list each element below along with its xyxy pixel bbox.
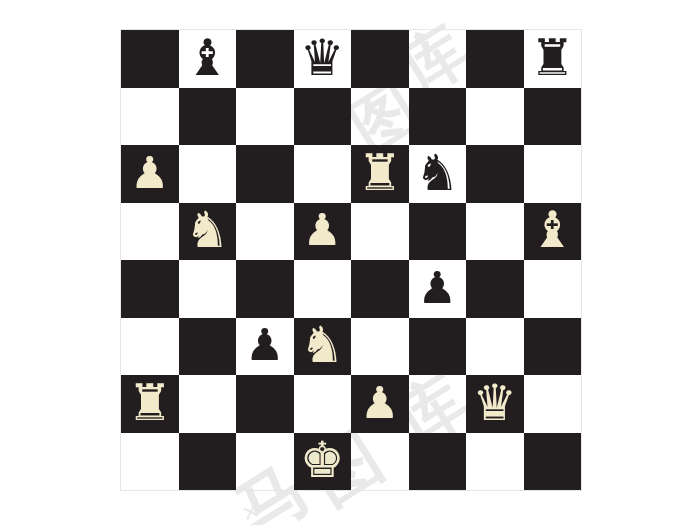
square-d3[interactable]: ♞ <box>294 318 352 376</box>
square-g3[interactable] <box>466 318 524 376</box>
black-pawn: ♟ <box>245 323 284 367</box>
chess-board: ♝♛♜♟♜♞♞♟♝♟♟♞♜♟♛♚ <box>120 29 582 491</box>
square-d2[interactable] <box>294 375 352 433</box>
black-queen: ♛ <box>300 33 345 83</box>
square-a3[interactable] <box>121 318 179 376</box>
square-a6[interactable]: ♟ <box>121 145 179 203</box>
square-h5[interactable]: ♝ <box>524 203 582 261</box>
square-c1[interactable] <box>236 433 294 491</box>
square-e8[interactable] <box>351 30 409 88</box>
square-c3[interactable]: ♟ <box>236 318 294 376</box>
square-a7[interactable] <box>121 88 179 146</box>
square-c4[interactable] <box>236 260 294 318</box>
white-pawn: ♟ <box>303 208 342 252</box>
square-d6[interactable] <box>294 145 352 203</box>
white-rook: ♜ <box>127 378 172 428</box>
square-f7[interactable] <box>409 88 467 146</box>
square-h8[interactable]: ♜ <box>524 30 582 88</box>
square-a8[interactable] <box>121 30 179 88</box>
square-f5[interactable] <box>409 203 467 261</box>
white-knight: ♞ <box>185 205 230 255</box>
square-g5[interactable] <box>466 203 524 261</box>
square-f4[interactable]: ♟ <box>409 260 467 318</box>
square-c5[interactable] <box>236 203 294 261</box>
white-knight: ♞ <box>300 320 345 370</box>
square-b4[interactable] <box>179 260 237 318</box>
square-c7[interactable] <box>236 88 294 146</box>
square-f1[interactable] <box>409 433 467 491</box>
white-bishop: ♝ <box>530 205 575 255</box>
square-g6[interactable] <box>466 145 524 203</box>
square-b2[interactable] <box>179 375 237 433</box>
square-c2[interactable] <box>236 375 294 433</box>
white-pawn: ♟ <box>130 151 169 195</box>
white-king: ♚ <box>300 435 345 485</box>
square-b3[interactable] <box>179 318 237 376</box>
square-h6[interactable] <box>524 145 582 203</box>
square-g2[interactable]: ♛ <box>466 375 524 433</box>
square-d8[interactable]: ♛ <box>294 30 352 88</box>
square-e3[interactable] <box>351 318 409 376</box>
square-e7[interactable] <box>351 88 409 146</box>
white-queen: ♛ <box>472 378 517 428</box>
square-f2[interactable] <box>409 375 467 433</box>
square-h7[interactable] <box>524 88 582 146</box>
square-d4[interactable] <box>294 260 352 318</box>
square-b7[interactable] <box>179 88 237 146</box>
square-e5[interactable] <box>351 203 409 261</box>
square-d7[interactable] <box>294 88 352 146</box>
black-knight: ♞ <box>415 148 460 198</box>
square-b1[interactable] <box>179 433 237 491</box>
white-pawn: ♟ <box>360 381 399 425</box>
square-b6[interactable] <box>179 145 237 203</box>
black-pawn: ♟ <box>418 266 457 310</box>
square-g7[interactable] <box>466 88 524 146</box>
square-g1[interactable] <box>466 433 524 491</box>
square-h4[interactable] <box>524 260 582 318</box>
square-c6[interactable] <box>236 145 294 203</box>
square-e4[interactable] <box>351 260 409 318</box>
square-a4[interactable] <box>121 260 179 318</box>
square-h2[interactable] <box>524 375 582 433</box>
square-b5[interactable]: ♞ <box>179 203 237 261</box>
square-b8[interactable]: ♝ <box>179 30 237 88</box>
square-g8[interactable] <box>466 30 524 88</box>
white-rook: ♜ <box>357 148 402 198</box>
square-a2[interactable]: ♜ <box>121 375 179 433</box>
square-d5[interactable]: ♟ <box>294 203 352 261</box>
square-e6[interactable]: ♜ <box>351 145 409 203</box>
square-e2[interactable]: ♟ <box>351 375 409 433</box>
square-e1[interactable] <box>351 433 409 491</box>
black-bishop: ♝ <box>185 33 230 83</box>
square-f3[interactable] <box>409 318 467 376</box>
square-g4[interactable] <box>466 260 524 318</box>
watermark-text: ✕ <box>239 500 263 525</box>
square-f6[interactable]: ♞ <box>409 145 467 203</box>
square-f8[interactable] <box>409 30 467 88</box>
chess-diagram: ♝♛♜♟♜♞♞♟♝♟♟♞♜♟♛♚ 库 图 库 图 马 ✕ <box>0 0 700 525</box>
square-a1[interactable] <box>121 433 179 491</box>
square-c8[interactable] <box>236 30 294 88</box>
square-a5[interactable] <box>121 203 179 261</box>
square-h3[interactable] <box>524 318 582 376</box>
black-rook: ♜ <box>530 33 575 83</box>
square-h1[interactable] <box>524 433 582 491</box>
square-d1[interactable]: ♚ <box>294 433 352 491</box>
